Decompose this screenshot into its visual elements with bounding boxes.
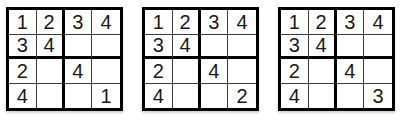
given-digit-cell: 3 (281, 35, 309, 60)
empty-cell[interactable] (364, 59, 392, 84)
given-digit-cell: 3 (364, 84, 392, 109)
given-digit-cell: 4 (364, 10, 392, 35)
empty-cell[interactable] (37, 59, 65, 84)
given-digit-cell: 4 (37, 35, 65, 60)
given-digit-cell: 1 (9, 10, 37, 35)
given-digit-cell: 2 (37, 10, 65, 35)
given-digit-cell: 3 (65, 10, 93, 35)
empty-cell[interactable] (173, 59, 201, 84)
given-digit-cell: 2 (9, 59, 37, 84)
given-digit-cell: 4 (145, 84, 173, 109)
given-digit-cell: 3 (9, 35, 37, 60)
empty-cell[interactable] (228, 59, 256, 84)
empty-cell[interactable] (201, 35, 229, 60)
empty-cell[interactable] (92, 59, 120, 84)
empty-cell[interactable] (337, 84, 365, 109)
empty-cell[interactable] (309, 59, 337, 84)
given-digit-cell: 1 (281, 10, 309, 35)
given-digit-cell: 4 (309, 35, 337, 60)
empty-cell[interactable] (37, 84, 65, 109)
boards-row: 1234342441 1234342442 1234342443 (0, 0, 408, 111)
empty-cell[interactable] (92, 35, 120, 60)
given-digit-cell: 1 (145, 10, 173, 35)
given-digit-cell: 1 (92, 84, 120, 109)
given-digit-cell: 4 (173, 35, 201, 60)
sudoku-board-2: 1234342442 (142, 7, 259, 111)
given-digit-cell: 4 (281, 84, 309, 109)
given-digit-cell: 4 (337, 59, 365, 84)
given-digit-cell: 2 (173, 10, 201, 35)
empty-cell[interactable] (201, 84, 229, 109)
sudoku-board-3: 1234342443 (278, 7, 395, 111)
given-digit-cell: 4 (9, 84, 37, 109)
empty-cell[interactable] (228, 35, 256, 60)
given-digit-cell: 4 (228, 10, 256, 35)
sudoku-board-1: 1234342441 (6, 7, 123, 111)
empty-cell[interactable] (65, 35, 93, 60)
empty-cell[interactable] (65, 84, 93, 109)
given-digit-cell: 3 (201, 10, 229, 35)
given-digit-cell: 3 (337, 10, 365, 35)
given-digit-cell: 2 (228, 84, 256, 109)
given-digit-cell: 4 (92, 10, 120, 35)
empty-cell[interactable] (309, 84, 337, 109)
given-digit-cell: 2 (309, 10, 337, 35)
empty-cell[interactable] (364, 35, 392, 60)
given-digit-cell: 4 (201, 59, 229, 84)
empty-cell[interactable] (337, 35, 365, 60)
empty-cell[interactable] (173, 84, 201, 109)
given-digit-cell: 2 (281, 59, 309, 84)
given-digit-cell: 3 (145, 35, 173, 60)
sudoku-worksheet: 1234342441 1234342442 1234342443 (0, 0, 408, 120)
given-digit-cell: 4 (65, 59, 93, 84)
given-digit-cell: 2 (145, 59, 173, 84)
